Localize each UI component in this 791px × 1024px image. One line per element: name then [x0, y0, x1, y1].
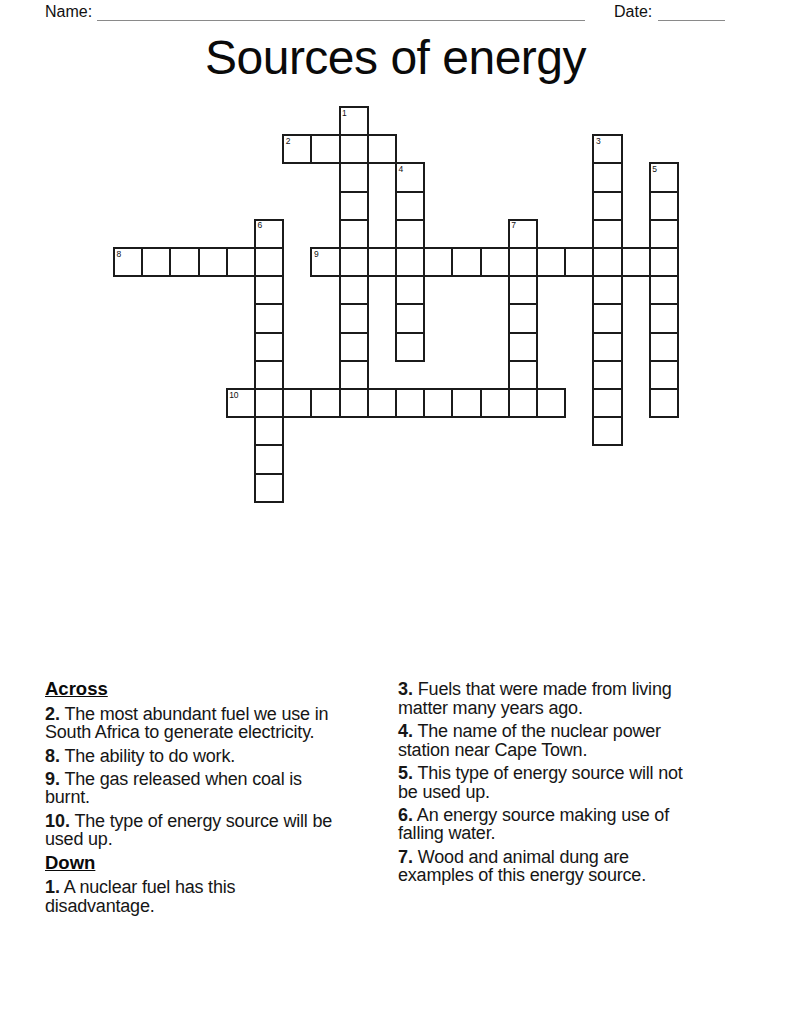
grid-cell-r10c14[interactable]: [508, 388, 538, 418]
grid-cell-r10c5[interactable]: [254, 388, 284, 418]
grid-cell-r5c17[interactable]: [592, 247, 622, 277]
clue-down-7: 7. Wood and animal dung are examples of …: [398, 848, 760, 885]
clue-number: 5.: [398, 763, 413, 783]
clue-text: The name of the nuclear power station ne…: [398, 721, 661, 760]
grid-cell-r8c17[interactable]: [592, 332, 622, 362]
grid-cell-r3c8[interactable]: [339, 191, 369, 221]
grid-cell-r4c19[interactable]: [649, 219, 679, 249]
cell-number: 1: [342, 109, 346, 118]
grid-cell-r5c9[interactable]: [367, 247, 397, 277]
grid-cell-r8c10[interactable]: [395, 332, 425, 362]
grid-cell-r6c19[interactable]: [649, 275, 679, 305]
cell-number: 8: [117, 250, 121, 259]
grid-cell-r10c15[interactable]: [536, 388, 566, 418]
grid-cell-r10c9[interactable]: [367, 388, 397, 418]
grid-cell-r3c10[interactable]: [395, 191, 425, 221]
cell-number: 3: [596, 137, 600, 146]
grid-cell-r2c8[interactable]: [339, 162, 369, 192]
clue-number: 2.: [45, 704, 60, 724]
name-blank-line: [97, 5, 585, 21]
clue-number: 8.: [45, 746, 60, 766]
grid-cell-r9c8[interactable]: [339, 360, 369, 390]
grid-cell-r5c0[interactable]: 8: [113, 247, 143, 277]
grid-cell-r10c12[interactable]: [451, 388, 481, 418]
grid-cell-r10c17[interactable]: [592, 388, 622, 418]
clue-text: An energy source making use of falling w…: [398, 805, 669, 844]
clue-across-9: 9. The gas released when coal is burnt.: [45, 770, 397, 807]
grid-cell-r5c18[interactable]: [621, 247, 651, 277]
grid-cell-r10c10[interactable]: [395, 388, 425, 418]
clue-number: 6.: [398, 805, 413, 825]
clue-across-2: 2. The most abundant fuel we use in Sout…: [45, 705, 397, 742]
clue-text: The ability to do work.: [65, 746, 235, 766]
grid-cell-r6c14[interactable]: [508, 275, 538, 305]
grid-cell-r6c8[interactable]: [339, 275, 369, 305]
clue-down-6: 6. An energy source making use of fallin…: [398, 806, 760, 843]
grid-cell-r3c17[interactable]: [592, 191, 622, 221]
grid-cell-r5c1[interactable]: [141, 247, 171, 277]
grid-cell-r5c15[interactable]: [536, 247, 566, 277]
grid-cell-r5c16[interactable]: [564, 247, 594, 277]
grid-cell-r10c4[interactable]: 10: [226, 388, 256, 418]
grid-cell-r5c11[interactable]: [423, 247, 453, 277]
clue-text: The gas released when coal is burnt.: [45, 769, 302, 808]
grid-cell-r9c5[interactable]: [254, 360, 284, 390]
grid-cell-r5c2[interactable]: [169, 247, 199, 277]
clue-number: 9.: [45, 769, 60, 789]
grid-cell-r4c8[interactable]: [339, 219, 369, 249]
grid-cell-r8c8[interactable]: [339, 332, 369, 362]
grid-cell-r2c17[interactable]: [592, 162, 622, 192]
grid-cell-r5c8[interactable]: [339, 247, 369, 277]
grid-cell-r10c6[interactable]: [282, 388, 312, 418]
grid-cell-r9c17[interactable]: [592, 360, 622, 390]
down-heading: Down: [45, 854, 397, 873]
clue-across-8: 8. The ability to do work.: [45, 747, 397, 766]
clue-text: Wood and animal dung are examples of thi…: [398, 847, 646, 886]
clue-number: 7.: [398, 847, 413, 867]
grid-cell-r4c17[interactable]: [592, 219, 622, 249]
grid-cell-r4c5[interactable]: 6: [254, 219, 284, 249]
clue-down-3: 3. Fuels that were made from living matt…: [398, 680, 760, 717]
cell-number: 7: [511, 221, 515, 230]
page-title: Sources of energy: [0, 29, 791, 87]
clue-text: Fuels that were made from living matter …: [398, 679, 672, 718]
date-blank-line: [658, 5, 725, 21]
grid-cell-r5c19[interactable]: [649, 247, 679, 277]
date-label: Date:: [614, 3, 652, 21]
grid-cell-r7c8[interactable]: [339, 303, 369, 333]
grid-cell-r1c7[interactable]: [310, 134, 340, 164]
grid-cell-r5c10[interactable]: [395, 247, 425, 277]
crossword-grid: 12345678910: [113, 106, 680, 504]
grid-cell-r5c4[interactable]: [226, 247, 256, 277]
grid-cell-r5c5[interactable]: [254, 247, 284, 277]
grid-cell-r9c19[interactable]: [649, 360, 679, 390]
cell-number: 5: [652, 165, 656, 174]
grid-cell-r8c19[interactable]: [649, 332, 679, 362]
grid-cell-r7c14[interactable]: [508, 303, 538, 333]
clues-right-column: 3. Fuels that were made from living matt…: [398, 680, 760, 890]
cell-number: 4: [399, 165, 403, 174]
name-label: Name:: [45, 3, 92, 21]
grid-cell-r10c13[interactable]: [480, 388, 510, 418]
clues-left-column: Across 2. The most abundant fuel we use …: [45, 680, 397, 920]
grid-cell-r2c19[interactable]: 5: [649, 162, 679, 192]
grid-cell-r6c17[interactable]: [592, 275, 622, 305]
grid-cell-r10c19[interactable]: [649, 388, 679, 418]
grid-cell-r7c5[interactable]: [254, 303, 284, 333]
clue-number: 3.: [398, 679, 413, 699]
grid-cell-r12c5[interactable]: [254, 444, 284, 474]
cell-number: 9: [314, 250, 318, 259]
grid-cell-r6c5[interactable]: [254, 275, 284, 305]
cell-number: 10: [229, 391, 238, 400]
grid-cell-r1c8[interactable]: [339, 134, 369, 164]
grid-cell-r1c17[interactable]: 3: [592, 134, 622, 164]
grid-cell-r5c3[interactable]: [198, 247, 228, 277]
grid-cell-r7c19[interactable]: [649, 303, 679, 333]
clue-text: This type of energy source will not be u…: [398, 763, 683, 802]
clue-number: 10.: [45, 811, 70, 831]
clue-number: 4.: [398, 721, 413, 741]
grid-cell-r4c10[interactable]: [395, 219, 425, 249]
grid-cell-r1c6[interactable]: 2: [282, 134, 312, 164]
grid-cell-r10c8[interactable]: [339, 388, 369, 418]
grid-cell-r0c8[interactable]: 1: [339, 106, 369, 136]
grid-cell-r7c10[interactable]: [395, 303, 425, 333]
cell-number: 2: [286, 137, 290, 146]
grid-cell-r5c13[interactable]: [480, 247, 510, 277]
clue-down-1: 1. A nuclear fuel has this disadvantage.: [45, 878, 397, 915]
grid-cell-r10c11[interactable]: [423, 388, 453, 418]
grid-cell-r1c9[interactable]: [367, 134, 397, 164]
grid-cell-r11c17[interactable]: [592, 416, 622, 446]
grid-cell-r6c10[interactable]: [395, 275, 425, 305]
grid-cell-r5c12[interactable]: [451, 247, 481, 277]
clue-text: The type of energy source will be used u…: [45, 811, 332, 850]
grid-cell-r8c5[interactable]: [254, 332, 284, 362]
clue-across-10: 10. The type of energy source will be us…: [45, 812, 397, 849]
clue-down-5: 5. This type of energy source will not b…: [398, 764, 760, 801]
grid-cell-r10c7[interactable]: [310, 388, 340, 418]
clue-down-4: 4. The name of the nuclear power station…: [398, 722, 760, 759]
grid-cell-r7c17[interactable]: [592, 303, 622, 333]
across-heading: Across: [45, 680, 397, 699]
clue-text: The most abundant fuel we use in South A…: [45, 704, 328, 743]
grid-cell-r4c14[interactable]: 7: [508, 219, 538, 249]
grid-cell-r8c14[interactable]: [508, 332, 538, 362]
clue-number: 1.: [45, 877, 60, 897]
grid-cell-r5c14[interactable]: [508, 247, 538, 277]
grid-cell-r9c14[interactable]: [508, 360, 538, 390]
grid-cell-r2c10[interactable]: 4: [395, 162, 425, 192]
grid-cell-r5c7[interactable]: 9: [310, 247, 340, 277]
grid-cell-r11c5[interactable]: [254, 416, 284, 446]
grid-cell-r13c5[interactable]: [254, 473, 284, 503]
grid-cell-r3c19[interactable]: [649, 191, 679, 221]
cell-number: 6: [258, 221, 262, 230]
clue-text: A nuclear fuel has this disadvantage.: [45, 877, 235, 916]
